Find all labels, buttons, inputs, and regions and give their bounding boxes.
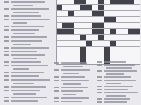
black-square bbox=[98, 29, 103, 34]
black-square bbox=[128, 29, 133, 34]
white-square[interactable] bbox=[92, 52, 97, 57]
white-square[interactable] bbox=[86, 52, 91, 57]
white-square[interactable] bbox=[128, 41, 133, 46]
white-square[interactable] bbox=[74, 17, 79, 22]
white-square[interactable] bbox=[134, 17, 139, 22]
white-square[interactable] bbox=[57, 23, 62, 28]
white-square[interactable] bbox=[128, 23, 133, 28]
white-square[interactable] bbox=[68, 17, 73, 22]
white-square[interactable] bbox=[134, 11, 139, 16]
clue-text-greeked bbox=[63, 66, 83, 68]
clue-text-greeked bbox=[13, 44, 31, 46]
clue-line bbox=[1, 100, 52, 104]
white-square[interactable] bbox=[110, 52, 115, 57]
white-square[interactable] bbox=[116, 47, 121, 52]
black-square bbox=[128, 0, 133, 4]
clue-line bbox=[97, 101, 139, 104]
black-square bbox=[92, 23, 97, 28]
clue-text-greeked bbox=[13, 12, 39, 14]
black-square bbox=[92, 11, 97, 16]
white-square[interactable] bbox=[128, 35, 133, 40]
clue-number bbox=[97, 61, 102, 63]
clue-text-greeked bbox=[61, 80, 89, 82]
white-square[interactable] bbox=[86, 23, 91, 28]
white-square[interactable] bbox=[128, 17, 133, 22]
white-square[interactable] bbox=[62, 0, 67, 4]
white-square[interactable] bbox=[110, 35, 115, 40]
white-square[interactable] bbox=[74, 11, 79, 16]
black-square bbox=[57, 5, 62, 10]
clue-number bbox=[4, 26, 9, 28]
white-square[interactable] bbox=[86, 29, 91, 34]
white-square[interactable] bbox=[74, 41, 79, 46]
clue-text-greeked bbox=[13, 68, 29, 70]
white-square[interactable] bbox=[122, 47, 127, 52]
clue-number bbox=[4, 51, 9, 53]
clue-number bbox=[97, 101, 102, 103]
clue-text-greeked bbox=[104, 89, 128, 91]
white-square[interactable] bbox=[57, 47, 62, 52]
white-square[interactable] bbox=[98, 41, 103, 46]
white-square[interactable] bbox=[116, 35, 121, 40]
clue-number bbox=[54, 80, 59, 82]
white-square[interactable] bbox=[122, 11, 127, 16]
crossword-puzzle-page: { "game": "crossword", "position": { "co… bbox=[0, 0, 140, 105]
white-square[interactable] bbox=[104, 29, 109, 34]
clue-number bbox=[54, 97, 59, 99]
clue-text-greeked bbox=[104, 64, 135, 66]
clue-text-greeked bbox=[63, 83, 81, 85]
clue-number bbox=[4, 75, 9, 77]
clue-line bbox=[54, 101, 94, 105]
clue-number bbox=[4, 79, 9, 81]
white-square[interactable] bbox=[68, 35, 73, 40]
white-square[interactable] bbox=[92, 5, 97, 10]
white-square[interactable] bbox=[134, 0, 139, 4]
white-square[interactable] bbox=[134, 23, 139, 28]
clue-text-greeked bbox=[11, 100, 38, 102]
white-square[interactable] bbox=[134, 52, 139, 57]
clue-number bbox=[4, 90, 9, 92]
black-square bbox=[104, 47, 109, 52]
white-square[interactable] bbox=[104, 11, 109, 16]
white-square[interactable] bbox=[122, 52, 127, 57]
black-square bbox=[98, 5, 103, 10]
black-square bbox=[68, 23, 73, 28]
black-square bbox=[98, 35, 103, 40]
white-square[interactable] bbox=[62, 52, 67, 57]
clue-text-greeked bbox=[11, 51, 37, 53]
clue-number bbox=[4, 19, 9, 21]
white-square[interactable] bbox=[68, 41, 73, 46]
black-square bbox=[122, 0, 127, 4]
clue-text-greeked bbox=[11, 47, 49, 49]
white-square[interactable] bbox=[92, 0, 97, 4]
clue-text-greeked bbox=[11, 54, 45, 56]
white-square[interactable] bbox=[57, 11, 62, 16]
white-square[interactable] bbox=[104, 23, 109, 28]
clue-text-greeked bbox=[61, 87, 88, 89]
white-square[interactable] bbox=[128, 5, 133, 10]
clue-text-greeked bbox=[11, 72, 44, 74]
clue-number bbox=[54, 69, 59, 71]
black-square bbox=[80, 52, 85, 57]
white-square[interactable] bbox=[57, 52, 62, 57]
white-square[interactable] bbox=[74, 35, 79, 40]
black-square bbox=[134, 29, 139, 34]
clue-text-greeked bbox=[63, 94, 76, 96]
clue-text-greeked bbox=[13, 58, 37, 60]
clue-text-greeked bbox=[13, 33, 35, 35]
clue-text-greeked bbox=[13, 93, 36, 95]
black-square bbox=[104, 17, 109, 22]
clue-text-greeked bbox=[13, 5, 33, 7]
white-square[interactable] bbox=[104, 35, 109, 40]
white-square[interactable] bbox=[57, 0, 62, 4]
clue-number bbox=[97, 76, 102, 78]
white-square[interactable] bbox=[116, 17, 121, 22]
white-square[interactable] bbox=[62, 47, 67, 52]
clue-column-middle bbox=[54, 62, 94, 104]
white-square[interactable] bbox=[68, 52, 73, 57]
clue-text-greeked bbox=[104, 80, 136, 82]
white-square[interactable] bbox=[57, 41, 62, 46]
clue-text-greeked bbox=[104, 98, 130, 100]
clue-number bbox=[4, 100, 9, 102]
black-square bbox=[92, 29, 97, 34]
clue-column-right bbox=[97, 61, 139, 104]
clue-text-greeked bbox=[106, 67, 132, 69]
clue-text-greeked bbox=[11, 40, 42, 42]
black-square bbox=[110, 0, 115, 4]
black-square bbox=[104, 52, 109, 57]
black-square bbox=[110, 41, 115, 46]
clue-number bbox=[54, 62, 59, 64]
clue-text-greeked bbox=[11, 36, 47, 38]
clue-number bbox=[54, 87, 59, 89]
white-square[interactable] bbox=[128, 47, 133, 52]
clue-text-greeked bbox=[11, 15, 41, 17]
white-square[interactable] bbox=[92, 35, 97, 40]
white-square[interactable] bbox=[92, 17, 97, 22]
black-square bbox=[80, 47, 85, 52]
white-square[interactable] bbox=[98, 17, 103, 22]
clue-number bbox=[97, 70, 102, 72]
black-square bbox=[62, 23, 67, 28]
white-square[interactable] bbox=[116, 11, 121, 16]
white-square[interactable] bbox=[134, 35, 139, 40]
black-square bbox=[80, 0, 85, 4]
clue-text-greeked bbox=[11, 61, 41, 63]
clue-text-greeked bbox=[61, 90, 83, 92]
clue-text-greeked bbox=[11, 79, 50, 81]
white-square[interactable] bbox=[80, 11, 85, 16]
clue-column-left bbox=[1, 1, 52, 104]
clue-text-greeked bbox=[106, 95, 126, 97]
white-square[interactable] bbox=[116, 29, 121, 34]
white-square[interactable] bbox=[74, 23, 79, 28]
white-square[interactable] bbox=[134, 5, 139, 10]
white-square[interactable] bbox=[116, 41, 121, 46]
clue-text-greeked bbox=[61, 97, 89, 99]
white-square[interactable] bbox=[62, 35, 67, 40]
white-square[interactable] bbox=[80, 17, 85, 22]
clue-text-greeked bbox=[104, 70, 137, 72]
white-square[interactable] bbox=[128, 11, 133, 16]
clue-text-greeked bbox=[11, 65, 48, 67]
clue-number bbox=[4, 1, 9, 3]
clue-number bbox=[4, 40, 9, 42]
clue-text-greeked bbox=[104, 92, 138, 94]
white-square[interactable] bbox=[86, 47, 91, 52]
clue-number bbox=[97, 86, 102, 88]
white-square[interactable] bbox=[86, 11, 91, 16]
white-square[interactable] bbox=[116, 52, 121, 57]
clue-text-greeked bbox=[11, 29, 39, 31]
clue-number bbox=[97, 80, 102, 82]
clue-number bbox=[97, 89, 102, 91]
clue-text-greeked bbox=[11, 97, 47, 99]
white-square[interactable] bbox=[122, 29, 127, 34]
white-square[interactable] bbox=[74, 5, 79, 10]
black-square bbox=[80, 5, 85, 10]
black-square bbox=[98, 11, 103, 16]
clue-text-greeked bbox=[106, 73, 124, 75]
white-square[interactable] bbox=[110, 11, 115, 16]
clue-text-greeked bbox=[11, 90, 40, 92]
clue-text-greeked bbox=[61, 62, 87, 64]
clue-text-greeked bbox=[63, 73, 79, 75]
white-square[interactable] bbox=[92, 41, 97, 46]
white-square[interactable] bbox=[116, 5, 121, 10]
clue-number bbox=[4, 8, 9, 10]
white-square[interactable] bbox=[68, 47, 73, 52]
clue-text-greeked bbox=[11, 26, 44, 28]
white-square[interactable] bbox=[122, 17, 127, 22]
white-square[interactable] bbox=[74, 47, 79, 52]
white-square[interactable] bbox=[62, 41, 67, 46]
white-square[interactable] bbox=[57, 35, 62, 40]
white-square[interactable] bbox=[86, 35, 91, 40]
black-square bbox=[74, 0, 79, 4]
black-square bbox=[86, 41, 91, 46]
clue-text-greeked bbox=[61, 76, 85, 78]
clue-number bbox=[4, 36, 9, 38]
white-square[interactable] bbox=[98, 47, 103, 52]
clue-text-greeked bbox=[11, 8, 49, 10]
clue-text-greeked bbox=[104, 101, 127, 103]
white-square[interactable] bbox=[74, 52, 79, 57]
clue-text-greeked bbox=[104, 86, 133, 88]
white-square[interactable] bbox=[110, 47, 115, 52]
white-square[interactable] bbox=[122, 41, 127, 46]
clue-number bbox=[4, 72, 9, 74]
white-square[interactable] bbox=[122, 5, 127, 10]
clue-number bbox=[97, 98, 102, 100]
clue-number bbox=[4, 54, 9, 56]
white-square[interactable] bbox=[134, 41, 139, 46]
crossword-grid bbox=[56, 0, 141, 65]
clue-number bbox=[4, 61, 9, 63]
clue-number bbox=[4, 47, 9, 49]
white-square[interactable] bbox=[98, 52, 103, 57]
black-square bbox=[98, 23, 103, 28]
white-square[interactable] bbox=[92, 47, 97, 52]
white-square[interactable] bbox=[110, 23, 115, 28]
black-square bbox=[80, 35, 85, 40]
clue-text-greeked bbox=[13, 22, 27, 24]
white-square[interactable] bbox=[62, 5, 67, 10]
white-square[interactable] bbox=[68, 5, 73, 10]
clue-number bbox=[54, 90, 59, 92]
clue-text-greeked bbox=[61, 101, 82, 103]
clue-number bbox=[97, 64, 102, 66]
black-square bbox=[110, 29, 115, 34]
white-square[interactable] bbox=[134, 47, 139, 52]
clue-number bbox=[54, 101, 59, 103]
black-square bbox=[98, 0, 103, 4]
black-square bbox=[110, 17, 115, 22]
clue-text-greeked bbox=[11, 86, 46, 88]
white-square[interactable] bbox=[122, 23, 127, 28]
clue-text-greeked bbox=[61, 69, 90, 71]
white-square[interactable] bbox=[86, 17, 91, 22]
white-square[interactable] bbox=[62, 11, 67, 16]
clue-text-greeked bbox=[106, 83, 121, 85]
black-square bbox=[86, 5, 91, 10]
clue-number bbox=[4, 15, 9, 17]
clue-number bbox=[4, 29, 9, 31]
black-square bbox=[57, 29, 62, 34]
clue-text-greeked bbox=[104, 61, 126, 63]
white-square[interactable] bbox=[80, 23, 85, 28]
white-square[interactable] bbox=[80, 41, 85, 46]
white-square[interactable] bbox=[74, 29, 79, 34]
clue-number bbox=[54, 76, 59, 78]
white-square[interactable] bbox=[122, 35, 127, 40]
white-square[interactable] bbox=[104, 41, 109, 46]
white-square[interactable] bbox=[128, 52, 133, 57]
clue-text-greeked bbox=[11, 1, 45, 3]
white-square[interactable] bbox=[86, 0, 91, 4]
white-square[interactable] bbox=[116, 23, 121, 28]
clue-number bbox=[97, 92, 102, 94]
clue-text-greeked bbox=[13, 83, 34, 85]
black-square bbox=[68, 11, 73, 16]
white-square[interactable] bbox=[110, 5, 115, 10]
white-square[interactable] bbox=[104, 0, 109, 4]
white-square[interactable] bbox=[80, 29, 85, 34]
white-square[interactable] bbox=[104, 5, 109, 10]
white-square[interactable] bbox=[68, 0, 73, 4]
black-square bbox=[116, 0, 121, 4]
black-square bbox=[68, 29, 73, 34]
white-square[interactable] bbox=[57, 17, 62, 22]
black-square bbox=[62, 29, 67, 34]
clue-text-greeked bbox=[11, 75, 39, 77]
white-square[interactable] bbox=[62, 17, 67, 22]
clue-text-greeked bbox=[104, 76, 131, 78]
clue-number bbox=[4, 97, 9, 99]
clue-text-greeked bbox=[11, 19, 50, 21]
clue-number bbox=[4, 65, 9, 67]
clue-number bbox=[4, 86, 9, 88]
